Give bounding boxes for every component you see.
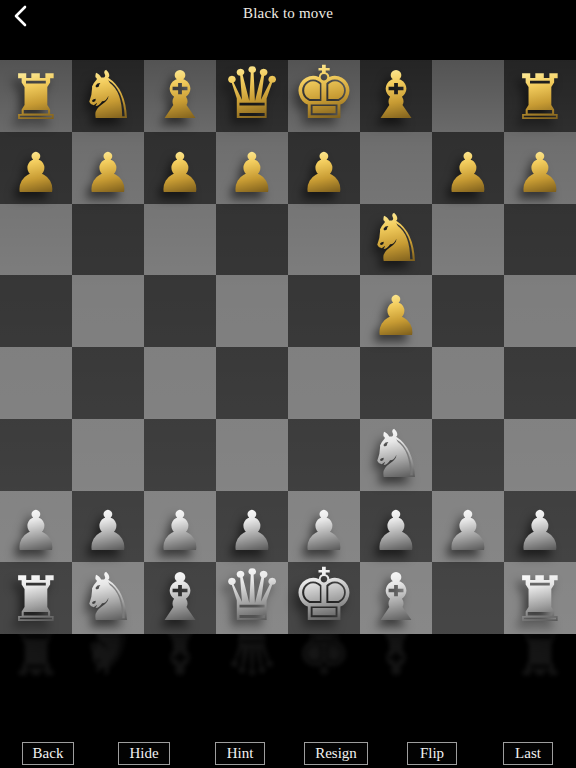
- piece-white-king[interactable]: ♚: [291, 558, 356, 631]
- reflection-cell: ♜: [0, 634, 72, 738]
- hint-button[interactable]: Hint: [215, 742, 265, 765]
- square-h1[interactable]: ♜: [504, 562, 576, 634]
- square-f6[interactable]: ♞: [360, 204, 432, 276]
- hide-button[interactable]: Hide: [118, 742, 169, 765]
- piece-white-bishop[interactable]: ♝: [366, 565, 425, 631]
- square-d7[interactable]: ♟: [216, 132, 288, 204]
- reflection-cell: ♞: [72, 634, 144, 738]
- chess-board: ♜♞♝♛♚♝♜♟♟♟♟♟♟♟♞♟♞♟♟♟♟♟♟♟♟♜♞♝♛♚♝♜: [0, 60, 576, 634]
- reflection-cell: ♝: [360, 634, 432, 738]
- piece-white-pawn[interactable]: ♟: [83, 504, 132, 559]
- piece-white-queen[interactable]: ♛: [220, 560, 284, 631]
- piece-black-pawn[interactable]: ♟: [443, 146, 492, 201]
- piece-white-pawn[interactable]: ♟: [443, 504, 492, 559]
- square-d4[interactable]: [216, 347, 288, 419]
- square-a6[interactable]: [0, 204, 72, 276]
- back-button[interactable]: Back: [22, 742, 75, 765]
- piece-white-pawn[interactable]: ♟: [515, 504, 564, 559]
- square-g3[interactable]: [432, 419, 504, 491]
- square-b6[interactable]: [72, 204, 144, 276]
- square-g6[interactable]: [432, 204, 504, 276]
- reflection-cell: ♚: [288, 634, 360, 738]
- square-h2[interactable]: ♟: [504, 491, 576, 563]
- square-f3[interactable]: ♞: [360, 419, 432, 491]
- piece-black-pawn[interactable]: ♟: [155, 146, 204, 201]
- square-g7[interactable]: ♟: [432, 132, 504, 204]
- square-c7[interactable]: ♟: [144, 132, 216, 204]
- square-e4[interactable]: [288, 347, 360, 419]
- square-g5[interactable]: [432, 275, 504, 347]
- resign-button[interactable]: Resign: [304, 742, 368, 765]
- reflection-cell: ♛: [216, 634, 288, 738]
- square-h8[interactable]: ♜: [504, 60, 576, 132]
- piece-black-bishop[interactable]: ♝: [366, 63, 425, 129]
- square-d8[interactable]: ♛: [216, 60, 288, 132]
- square-f5[interactable]: ♟: [360, 275, 432, 347]
- square-d1[interactable]: ♛: [216, 562, 288, 634]
- piece-black-rook[interactable]: ♜: [8, 66, 64, 129]
- square-f7[interactable]: [360, 132, 432, 204]
- square-b7[interactable]: ♟: [72, 132, 144, 204]
- square-e5[interactable]: [288, 275, 360, 347]
- square-e7[interactable]: ♟: [288, 132, 360, 204]
- square-e3[interactable]: [288, 419, 360, 491]
- toolbar-slot: Back: [0, 742, 96, 765]
- square-a7[interactable]: ♟: [0, 132, 72, 204]
- square-f1[interactable]: ♝: [360, 562, 432, 634]
- piece-white-rook[interactable]: ♜: [8, 568, 64, 631]
- square-d3[interactable]: [216, 419, 288, 491]
- piece-white-pawn[interactable]: ♟: [155, 504, 204, 559]
- square-d5[interactable]: [216, 275, 288, 347]
- piece-white-rook[interactable]: ♜: [512, 568, 568, 631]
- square-h6[interactable]: [504, 204, 576, 276]
- square-g1[interactable]: [432, 562, 504, 634]
- piece-black-knight[interactable]: ♞: [366, 206, 425, 272]
- piece-black-pawn[interactable]: ♟: [83, 146, 132, 201]
- square-g2[interactable]: ♟: [432, 491, 504, 563]
- square-g8[interactable]: [432, 60, 504, 132]
- square-a4[interactable]: [0, 347, 72, 419]
- toolbar-slot: Hint: [192, 742, 288, 765]
- piece-white-bishop[interactable]: ♝: [150, 565, 209, 631]
- square-b2[interactable]: ♟: [72, 491, 144, 563]
- reflection-cell: [432, 634, 504, 738]
- toolbar-slot: Flip: [384, 742, 480, 765]
- square-h4[interactable]: [504, 347, 576, 419]
- square-e1[interactable]: ♚: [288, 562, 360, 634]
- square-c5[interactable]: [144, 275, 216, 347]
- toolbar-slot: Resign: [288, 742, 384, 765]
- square-e6[interactable]: [288, 204, 360, 276]
- square-h3[interactable]: [504, 419, 576, 491]
- piece-white-knight[interactable]: ♞: [366, 422, 425, 488]
- bottom-toolbar: Back Hide Hint Resign Flip Last: [0, 738, 576, 768]
- square-b3[interactable]: [72, 419, 144, 491]
- square-b4[interactable]: [72, 347, 144, 419]
- reflection-cell: ♝: [144, 634, 216, 738]
- square-c1[interactable]: ♝: [144, 562, 216, 634]
- status-title: Black to move: [0, 5, 576, 22]
- piece-black-pawn[interactable]: ♟: [371, 289, 420, 344]
- piece-black-pawn[interactable]: ♟: [227, 146, 276, 201]
- square-a1[interactable]: ♜: [0, 562, 72, 634]
- square-f4[interactable]: [360, 347, 432, 419]
- toolbar-slot: Last: [480, 742, 576, 765]
- piece-white-pawn[interactable]: ♟: [299, 504, 348, 559]
- piece-black-pawn[interactable]: ♟: [515, 146, 564, 201]
- square-b5[interactable]: [72, 275, 144, 347]
- square-b1[interactable]: ♞: [72, 562, 144, 634]
- piece-black-king[interactable]: ♚: [291, 56, 356, 129]
- piece-white-knight[interactable]: ♞: [78, 565, 137, 631]
- piece-black-knight[interactable]: ♞: [78, 63, 137, 129]
- piece-white-pawn[interactable]: ♟: [371, 504, 420, 559]
- piece-black-bishop[interactable]: ♝: [150, 63, 209, 129]
- toolbar-slot: Hide: [96, 742, 192, 765]
- square-h5[interactable]: [504, 275, 576, 347]
- square-c8[interactable]: ♝: [144, 60, 216, 132]
- square-e8[interactable]: ♚: [288, 60, 360, 132]
- last-button[interactable]: Last: [503, 742, 553, 765]
- piece-white-pawn[interactable]: ♟: [11, 504, 60, 559]
- square-d6[interactable]: [216, 204, 288, 276]
- piece-black-rook[interactable]: ♜: [512, 66, 568, 129]
- chess-app-screen: Black to move ♜♞♝♛♚♝♜♟♟♟♟♟♟♟♞♟♞♟♟♟♟♟♟♟♟♜…: [0, 0, 576, 768]
- piece-black-pawn[interactable]: ♟: [11, 146, 60, 201]
- square-f2[interactable]: ♟: [360, 491, 432, 563]
- piece-black-queen[interactable]: ♛: [220, 58, 284, 129]
- square-a2[interactable]: ♟: [0, 491, 72, 563]
- square-f8[interactable]: ♝: [360, 60, 432, 132]
- square-c4[interactable]: [144, 347, 216, 419]
- square-a5[interactable]: [0, 275, 72, 347]
- square-g4[interactable]: [432, 347, 504, 419]
- board-reflection: ♜♞♝♛♚♝♜: [0, 634, 576, 738]
- square-c6[interactable]: [144, 204, 216, 276]
- top-bar: Black to move: [0, 0, 576, 30]
- square-c2[interactable]: ♟: [144, 491, 216, 563]
- square-b8[interactable]: ♞: [72, 60, 144, 132]
- piece-white-pawn[interactable]: ♟: [227, 504, 276, 559]
- square-c3[interactable]: [144, 419, 216, 491]
- square-d2[interactable]: ♟: [216, 491, 288, 563]
- piece-black-pawn[interactable]: ♟: [299, 146, 348, 201]
- square-h7[interactable]: ♟: [504, 132, 576, 204]
- square-a3[interactable]: [0, 419, 72, 491]
- square-a8[interactable]: ♜: [0, 60, 72, 132]
- flip-button[interactable]: Flip: [407, 742, 457, 765]
- reflection-cell: ♜: [504, 634, 576, 738]
